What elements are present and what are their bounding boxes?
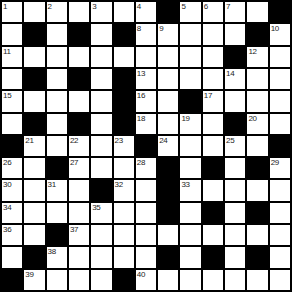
- white-cell-r7c5[interactable]: [91, 136, 111, 156]
- black-cell-r8c10: [203, 158, 223, 178]
- white-cell-r6c5[interactable]: [91, 114, 111, 134]
- clue-number-20: 20: [248, 114, 256, 123]
- clue-number-10: 10: [271, 24, 279, 33]
- white-cell-r6c8[interactable]: [158, 114, 178, 134]
- white-cell-r7c9[interactable]: [180, 136, 200, 156]
- white-cell-r6c10[interactable]: [203, 114, 223, 134]
- white-cell-r9c7[interactable]: [136, 180, 156, 200]
- clue-number-13: 13: [137, 69, 145, 78]
- white-cell-r1c1[interactable]: 1: [2, 2, 22, 22]
- white-cell-r9c3[interactable]: 31: [47, 180, 67, 200]
- white-cell-r9c4[interactable]: [69, 180, 89, 200]
- white-cell-r3c9[interactable]: [180, 47, 200, 67]
- clue-number-16: 16: [137, 91, 145, 100]
- white-cell-r8c2[interactable]: [24, 158, 44, 178]
- clue-number-34: 34: [3, 203, 11, 212]
- white-cell-r8c4[interactable]: 27: [69, 158, 89, 178]
- white-cell-r4c1[interactable]: [2, 69, 22, 89]
- white-cell-r5c11[interactable]: [225, 91, 245, 111]
- clue-number-8: 8: [137, 24, 141, 33]
- white-cell-r10c4[interactable]: [69, 203, 89, 223]
- black-cell-r1c8: [158, 2, 178, 22]
- white-cell-r9c11[interactable]: [225, 180, 245, 200]
- white-cell-r12c11[interactable]: [225, 247, 245, 267]
- white-cell-r12c4[interactable]: [69, 247, 89, 267]
- white-cell-r1c7[interactable]: 4: [136, 2, 156, 22]
- clue-number-35: 35: [92, 203, 100, 212]
- white-cell-r10c2[interactable]: [24, 203, 44, 223]
- black-cell-r8c8: [158, 158, 178, 178]
- clue-number-37: 37: [70, 225, 78, 234]
- white-cell-r10c3[interactable]: [47, 203, 67, 223]
- clue-number-24: 24: [159, 136, 167, 145]
- clue-number-40: 40: [137, 270, 145, 279]
- white-cell-r6c13[interactable]: [270, 114, 290, 134]
- black-cell-r11c3: [47, 225, 67, 245]
- white-cell-r11c11[interactable]: [225, 225, 245, 245]
- white-cell-r2c9[interactable]: [180, 24, 200, 44]
- white-cell-r13c9[interactable]: [180, 270, 200, 290]
- white-cell-r4c3[interactable]: [47, 69, 67, 89]
- clue-number-12: 12: [248, 47, 256, 56]
- white-cell-r1c6[interactable]: [114, 2, 134, 22]
- clue-number-9: 9: [159, 24, 163, 33]
- white-cell-r8c1[interactable]: 26: [2, 158, 22, 178]
- black-cell-r12c10: [203, 247, 223, 267]
- white-cell-r6c9[interactable]: 19: [180, 114, 200, 134]
- white-cell-r3c12[interactable]: 12: [247, 47, 267, 67]
- white-cell-r3c6[interactable]: [114, 47, 134, 67]
- white-cell-r11c10[interactable]: [203, 225, 223, 245]
- white-cell-r11c6[interactable]: [114, 225, 134, 245]
- white-cell-r4c10[interactable]: [203, 69, 223, 89]
- white-cell-r3c13[interactable]: [270, 47, 290, 67]
- white-cell-r7c3[interactable]: [47, 136, 67, 156]
- black-cell-r2c4: [69, 24, 89, 44]
- white-cell-r2c5[interactable]: [91, 24, 111, 44]
- black-cell-r10c8: [158, 203, 178, 223]
- white-cell-r13c5[interactable]: [91, 270, 111, 290]
- white-cell-r10c5[interactable]: 35: [91, 203, 111, 223]
- white-cell-r4c13[interactable]: [270, 69, 290, 89]
- white-cell-r5c12[interactable]: [247, 91, 267, 111]
- white-cell-r9c12[interactable]: [247, 180, 267, 200]
- white-cell-r2c7[interactable]: 8: [136, 24, 156, 44]
- white-cell-r5c7[interactable]: 16: [136, 91, 156, 111]
- black-cell-r3c11: [225, 47, 245, 67]
- black-cell-r9c8: [158, 180, 178, 200]
- white-cell-r3c10[interactable]: [203, 47, 223, 67]
- black-cell-r2c12: [247, 24, 267, 44]
- white-cell-r9c1[interactable]: 30: [2, 180, 22, 200]
- white-cell-r1c2[interactable]: [24, 2, 44, 22]
- white-cell-r11c4[interactable]: 37: [69, 225, 89, 245]
- white-cell-r2c8[interactable]: 9: [158, 24, 178, 44]
- white-cell-r12c13[interactable]: [270, 247, 290, 267]
- black-cell-r10c12: [247, 203, 267, 223]
- white-cell-r12c3[interactable]: 38: [47, 247, 67, 267]
- white-cell-r11c8[interactable]: [158, 225, 178, 245]
- black-cell-r12c8: [158, 247, 178, 267]
- white-cell-r13c4[interactable]: [69, 270, 89, 290]
- clue-number-14: 14: [226, 69, 234, 78]
- white-cell-r1c3[interactable]: 2: [47, 2, 67, 22]
- clue-number-28: 28: [137, 158, 145, 167]
- white-cell-r7c12[interactable]: [247, 136, 267, 156]
- white-cell-r8c9[interactable]: [180, 158, 200, 178]
- white-cell-r5c2[interactable]: [24, 91, 44, 111]
- white-cell-r10c9[interactable]: [180, 203, 200, 223]
- white-cell-r13c8[interactable]: [158, 270, 178, 290]
- black-cell-r6c11: [225, 114, 245, 134]
- clue-number-27: 27: [70, 158, 78, 167]
- white-cell-r7c2[interactable]: 21: [24, 136, 44, 156]
- white-cell-r6c1[interactable]: [2, 114, 22, 134]
- white-cell-r8c7[interactable]: 28: [136, 158, 156, 178]
- clue-number-30: 30: [3, 180, 11, 189]
- white-cell-r4c7[interactable]: 13: [136, 69, 156, 89]
- clue-number-29: 29: [271, 158, 279, 167]
- black-cell-r8c12: [247, 158, 267, 178]
- white-cell-r7c10[interactable]: [203, 136, 223, 156]
- white-cell-r12c7[interactable]: [136, 247, 156, 267]
- white-cell-r11c1[interactable]: 36: [2, 225, 22, 245]
- white-cell-r9c6[interactable]: 32: [114, 180, 134, 200]
- clue-number-19: 19: [181, 114, 189, 123]
- black-cell-r6c2: [24, 114, 44, 134]
- white-cell-r4c5[interactable]: [91, 69, 111, 89]
- black-cell-r4c2: [24, 69, 44, 89]
- clue-number-5: 5: [181, 2, 185, 11]
- black-cell-r5c6: [114, 91, 134, 111]
- clue-number-26: 26: [3, 158, 11, 167]
- clue-number-21: 21: [25, 136, 33, 145]
- black-cell-r9c5: [91, 180, 111, 200]
- white-cell-r3c1[interactable]: 11: [2, 47, 22, 67]
- black-cell-r8c3: [47, 158, 67, 178]
- white-cell-r13c13[interactable]: [270, 270, 290, 290]
- black-cell-r4c4: [69, 69, 89, 89]
- white-cell-r10c11[interactable]: [225, 203, 245, 223]
- white-cell-r5c5[interactable]: [91, 91, 111, 111]
- white-cell-r12c5[interactable]: [91, 247, 111, 267]
- black-cell-r7c1: [2, 136, 22, 156]
- black-cell-r5c9: [180, 91, 200, 111]
- black-cell-r2c2: [24, 24, 44, 44]
- white-cell-r5c10[interactable]: 17: [203, 91, 223, 111]
- white-cell-r4c11[interactable]: 14: [225, 69, 245, 89]
- white-cell-r6c7[interactable]: 18: [136, 114, 156, 134]
- black-cell-r6c4: [69, 114, 89, 134]
- white-cell-r5c3[interactable]: [47, 91, 67, 111]
- white-cell-r3c7[interactable]: [136, 47, 156, 67]
- white-cell-r7c6[interactable]: 23: [114, 136, 134, 156]
- white-cell-r6c3[interactable]: [47, 114, 67, 134]
- black-cell-r1c13: [270, 2, 290, 22]
- white-cell-r9c10[interactable]: [203, 180, 223, 200]
- clue-number-22: 22: [70, 136, 78, 145]
- crossword-board: 1234567891011121314151617181920212223242…: [0, 0, 292, 292]
- black-cell-r12c2: [24, 247, 44, 267]
- white-cell-r5c1[interactable]: 15: [2, 91, 22, 111]
- white-cell-r1c11[interactable]: 7: [225, 2, 245, 22]
- white-cell-r5c4[interactable]: [69, 91, 89, 111]
- white-cell-r11c7[interactable]: [136, 225, 156, 245]
- white-cell-r4c12[interactable]: [247, 69, 267, 89]
- white-cell-r10c6[interactable]: [114, 203, 134, 223]
- white-cell-r3c4[interactable]: [69, 47, 89, 67]
- white-cell-r7c11[interactable]: 25: [225, 136, 245, 156]
- clue-number-25: 25: [226, 136, 234, 145]
- white-cell-r11c12[interactable]: [247, 225, 267, 245]
- white-cell-r3c5[interactable]: [91, 47, 111, 67]
- clue-number-36: 36: [3, 225, 11, 234]
- clue-number-3: 3: [92, 2, 96, 11]
- white-cell-r12c6[interactable]: [114, 247, 134, 267]
- white-cell-r1c9[interactable]: 5: [180, 2, 200, 22]
- white-cell-r2c11[interactable]: [225, 24, 245, 44]
- clue-number-2: 2: [48, 2, 52, 11]
- white-cell-r13c10[interactable]: [203, 270, 223, 290]
- white-cell-r4c8[interactable]: [158, 69, 178, 89]
- white-cell-r9c2[interactable]: [24, 180, 44, 200]
- white-cell-r5c13[interactable]: [270, 91, 290, 111]
- white-cell-r1c4[interactable]: [69, 2, 89, 22]
- black-cell-r7c7: [136, 136, 156, 156]
- clue-number-6: 6: [204, 2, 208, 11]
- white-cell-r11c5[interactable]: [91, 225, 111, 245]
- white-cell-r2c13[interactable]: 10: [270, 24, 290, 44]
- black-cell-r2c6: [114, 24, 134, 44]
- white-cell-r10c1[interactable]: 34: [2, 203, 22, 223]
- white-cell-r11c13[interactable]: [270, 225, 290, 245]
- white-cell-r1c12[interactable]: [247, 2, 267, 22]
- clue-number-33: 33: [181, 180, 189, 189]
- clue-number-7: 7: [226, 2, 230, 11]
- white-cell-r8c11[interactable]: [225, 158, 245, 178]
- white-cell-r13c7[interactable]: 40: [136, 270, 156, 290]
- clue-number-17: 17: [204, 91, 212, 100]
- clue-number-39: 39: [25, 270, 33, 279]
- white-cell-r1c5[interactable]: 3: [91, 2, 111, 22]
- white-cell-r13c12[interactable]: [247, 270, 267, 290]
- white-cell-r12c1[interactable]: [2, 247, 22, 267]
- white-cell-r2c1[interactable]: [2, 24, 22, 44]
- white-cell-r2c10[interactable]: [203, 24, 223, 44]
- white-cell-r13c2[interactable]: 39: [24, 270, 44, 290]
- black-cell-r13c6: [114, 270, 134, 290]
- white-cell-r10c7[interactable]: [136, 203, 156, 223]
- white-cell-r11c2[interactable]: [24, 225, 44, 245]
- black-cell-r7c13: [270, 136, 290, 156]
- white-cell-r3c8[interactable]: [158, 47, 178, 67]
- clue-number-38: 38: [48, 247, 56, 256]
- white-cell-r13c3[interactable]: [47, 270, 67, 290]
- clue-number-15: 15: [3, 91, 11, 100]
- white-cell-r2c3[interactable]: [47, 24, 67, 44]
- white-cell-r4c9[interactable]: [180, 69, 200, 89]
- white-cell-r3c3[interactable]: [47, 47, 67, 67]
- white-cell-r8c6[interactable]: [114, 158, 134, 178]
- white-cell-r6c12[interactable]: 20: [247, 114, 267, 134]
- white-cell-r7c8[interactable]: 24: [158, 136, 178, 156]
- white-cell-r13c11[interactable]: [225, 270, 245, 290]
- clue-number-18: 18: [137, 114, 145, 123]
- white-cell-r7c4[interactable]: 22: [69, 136, 89, 156]
- clue-number-11: 11: [3, 47, 11, 56]
- clue-number-4: 4: [137, 2, 141, 11]
- clue-number-1: 1: [3, 2, 7, 11]
- white-cell-r1c10[interactable]: 6: [203, 2, 223, 22]
- white-cell-r9c13[interactable]: [270, 180, 290, 200]
- white-cell-r3c2[interactable]: [24, 47, 44, 67]
- black-cell-r6c6: [114, 114, 134, 134]
- white-cell-r10c13[interactable]: [270, 203, 290, 223]
- white-cell-r9c9[interactable]: 33: [180, 180, 200, 200]
- white-cell-r5c8[interactable]: [158, 91, 178, 111]
- white-cell-r12c9[interactable]: [180, 247, 200, 267]
- white-cell-r11c9[interactable]: [180, 225, 200, 245]
- black-cell-r12c12: [247, 247, 267, 267]
- clue-number-32: 32: [115, 180, 123, 189]
- white-cell-r8c13[interactable]: 29: [270, 158, 290, 178]
- white-cell-r8c5[interactable]: [91, 158, 111, 178]
- black-cell-r4c6: [114, 69, 134, 89]
- black-cell-r13c1: [2, 270, 22, 290]
- clue-number-23: 23: [115, 136, 123, 145]
- black-cell-r10c10: [203, 203, 223, 223]
- clue-number-31: 31: [48, 180, 56, 189]
